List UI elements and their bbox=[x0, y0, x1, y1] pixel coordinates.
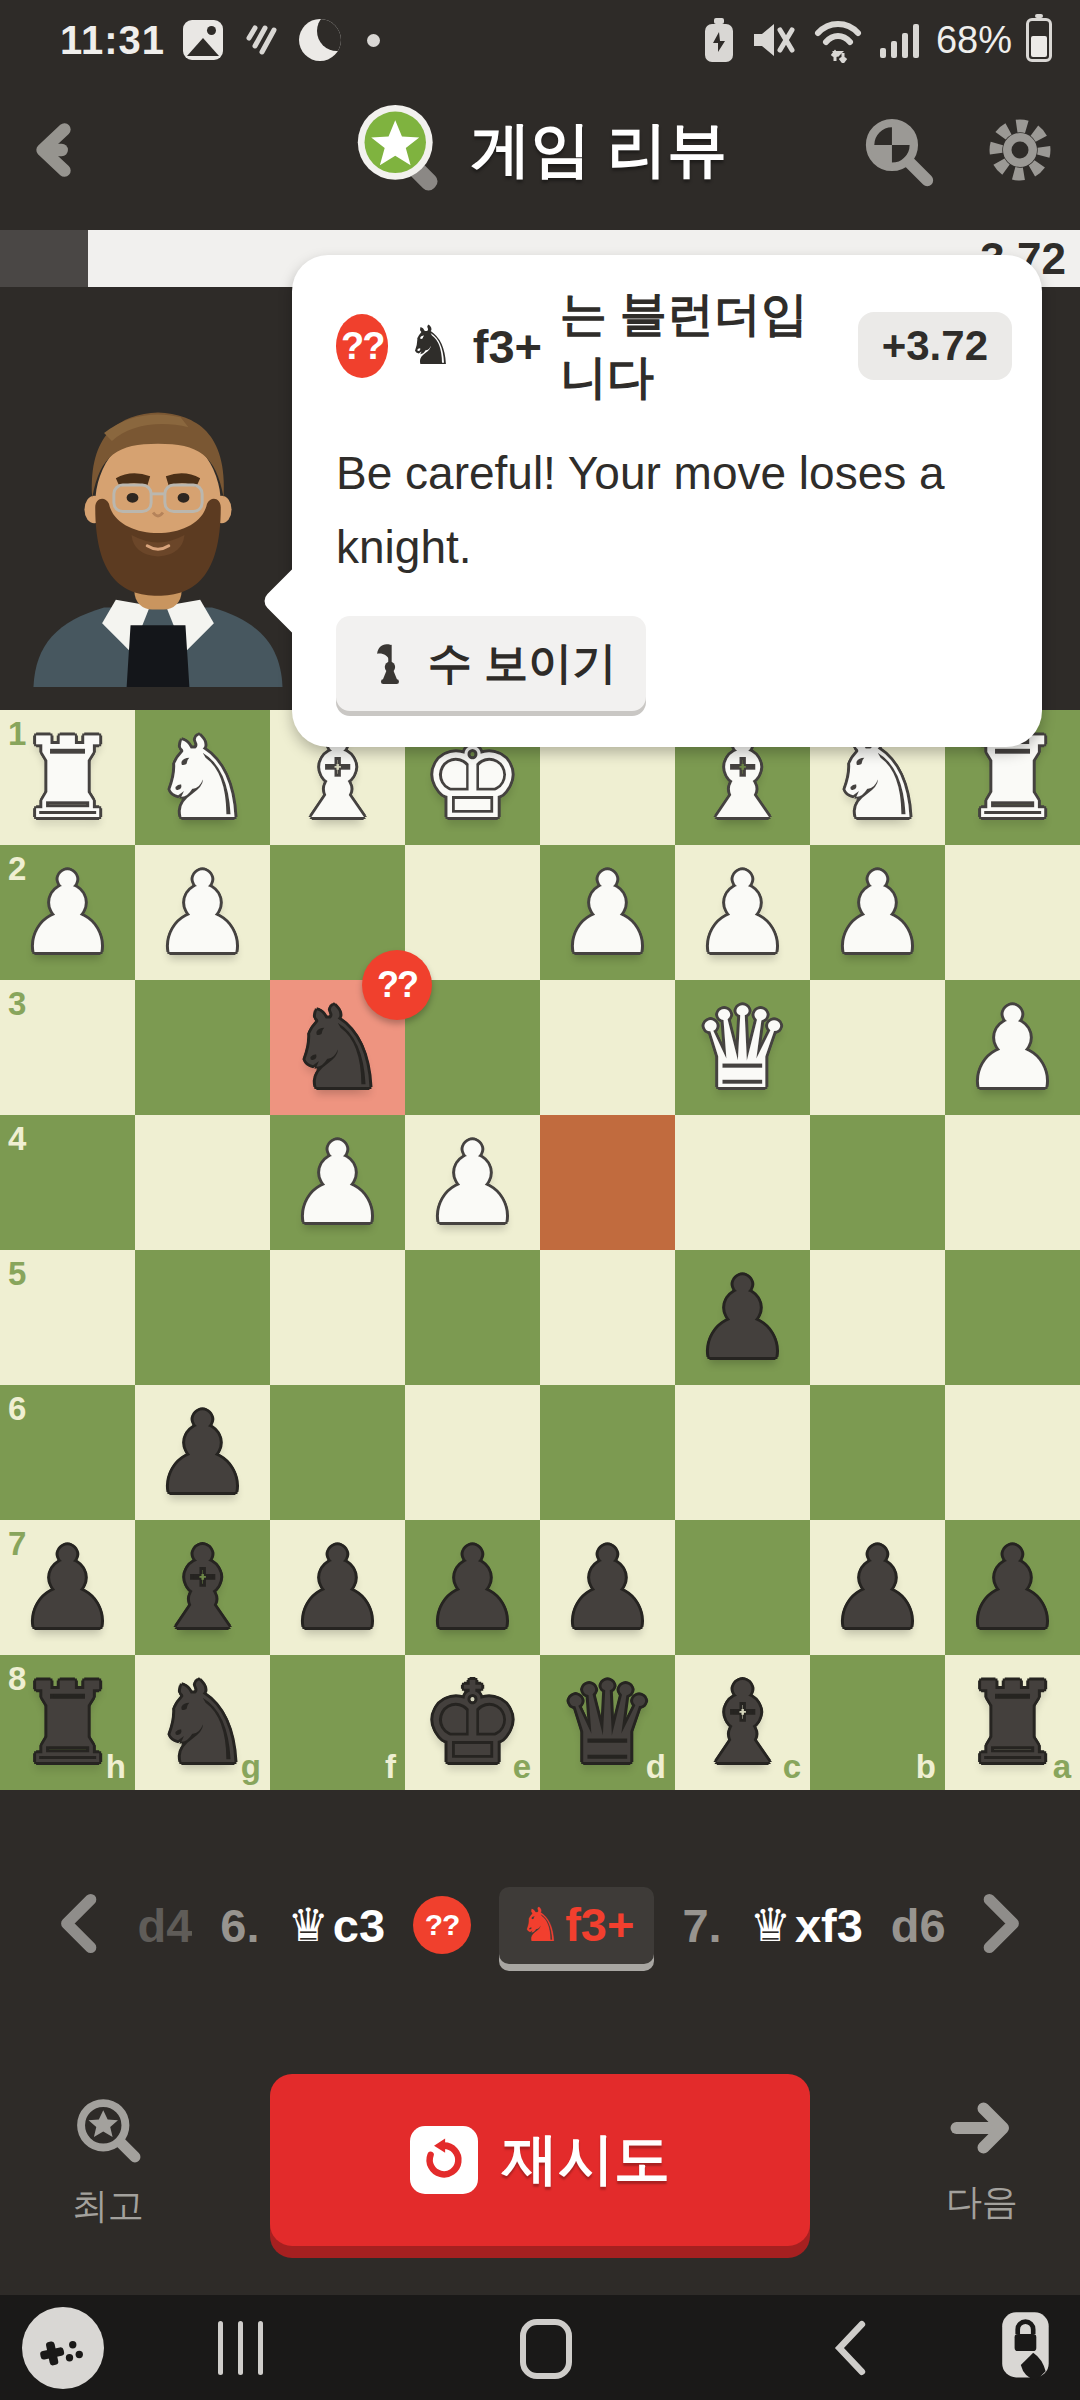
piece-black-knight: ♞ bbox=[135, 1667, 270, 1779]
file-label-f: f bbox=[385, 1750, 396, 1783]
next-arrow-icon bbox=[946, 2092, 1018, 2164]
piece-white-pawn: ♟ bbox=[675, 857, 810, 969]
square-e7[interactable]: ♟ bbox=[405, 1520, 540, 1655]
square-h4[interactable]: 4 bbox=[0, 1115, 135, 1250]
square-a5[interactable] bbox=[945, 1250, 1080, 1385]
square-h5[interactable]: 5 bbox=[0, 1250, 135, 1385]
square-f5[interactable] bbox=[270, 1250, 405, 1385]
status-bar: 11:31 bbox=[0, 0, 1080, 70]
move-white-6-text: c3 bbox=[333, 1898, 385, 1953]
white-queen-icon: ♛ bbox=[750, 1902, 791, 1948]
square-g2[interactable]: ♟ bbox=[135, 845, 270, 980]
piece-white-pawn: ♟ bbox=[945, 992, 1080, 1104]
square-c3[interactable]: ♛ bbox=[675, 980, 810, 1115]
square-f3[interactable]: ♞ bbox=[270, 980, 405, 1115]
square-d6[interactable] bbox=[540, 1385, 675, 1520]
best-label: 최고 bbox=[72, 2182, 144, 2231]
show-move-button[interactable]: 수 보이기 bbox=[336, 616, 646, 711]
game-review-logo-icon bbox=[353, 102, 449, 198]
piece-black-rook: ♜ bbox=[945, 1667, 1080, 1779]
app-header: 게임 리뷰 bbox=[0, 70, 1080, 230]
square-b2[interactable]: ♟ bbox=[810, 845, 945, 980]
square-d4[interactable] bbox=[540, 1115, 675, 1250]
previous-move-button[interactable] bbox=[52, 1893, 104, 1958]
settings-button[interactable] bbox=[986, 116, 1054, 184]
retry-button[interactable]: 재시도 bbox=[270, 2074, 810, 2246]
best-move-button[interactable]: 최고 bbox=[70, 2092, 146, 2231]
square-e5[interactable] bbox=[405, 1250, 540, 1385]
move-previous-faded[interactable]: d4 bbox=[134, 1898, 192, 1953]
square-f2[interactable] bbox=[270, 845, 405, 980]
back-arrow-icon bbox=[26, 117, 92, 183]
square-h8[interactable]: 8h♜ bbox=[0, 1655, 135, 1790]
square-a3[interactable]: ♟ bbox=[945, 980, 1080, 1115]
rank-label-5: 5 bbox=[8, 1257, 26, 1290]
piece-black-pawn: ♟ bbox=[945, 1532, 1080, 1644]
move-white-6[interactable]: ♛ c3 bbox=[288, 1898, 386, 1953]
gamepad-icon bbox=[37, 2322, 89, 2374]
piece-white-knight: ♞ bbox=[135, 722, 270, 834]
touch-lock-button[interactable] bbox=[996, 2309, 1058, 2390]
piece-black-king: ♚ bbox=[405, 1667, 540, 1779]
piece-black-pawn: ♟ bbox=[135, 1397, 270, 1509]
coach-speech-bubble: ?? ♞ f3+ 는 블런더입니다 +3.72 Be careful! Your… bbox=[292, 255, 1042, 747]
square-b5[interactable] bbox=[810, 1250, 945, 1385]
square-c4[interactable] bbox=[675, 1115, 810, 1250]
move-number-6: 6. bbox=[220, 1898, 259, 1953]
eval-change-chip: +3.72 bbox=[858, 312, 1012, 380]
square-g7[interactable]: ♝ bbox=[135, 1520, 270, 1655]
battery-percent: 68% bbox=[936, 19, 1012, 62]
piece-black-bishop: ♝ bbox=[675, 1667, 810, 1779]
square-h1[interactable]: 1♜ bbox=[0, 710, 135, 845]
coach-avatar bbox=[6, 385, 310, 690]
blunder-badge: ?? bbox=[336, 314, 388, 378]
piece-black-pawn: ♟ bbox=[810, 1532, 945, 1644]
notification-dot-icon bbox=[367, 34, 380, 47]
square-h3[interactable]: 3 bbox=[0, 980, 135, 1115]
square-a7[interactable]: ♟ bbox=[945, 1520, 1080, 1655]
square-e8[interactable]: e♚ bbox=[405, 1655, 540, 1790]
piece-black-rook: ♜ bbox=[0, 1667, 135, 1779]
square-c8[interactable]: c♝ bbox=[675, 1655, 810, 1790]
piece-black-pawn: ♟ bbox=[540, 1532, 675, 1644]
square-f8[interactable]: f bbox=[270, 1655, 405, 1790]
retry-label: 재시도 bbox=[502, 2122, 670, 2198]
mute-icon bbox=[750, 18, 798, 62]
square-a8[interactable]: a♜ bbox=[945, 1655, 1080, 1790]
piece-black-pawn: ♟ bbox=[0, 1532, 135, 1644]
android-nav-bar bbox=[0, 2295, 1080, 2400]
rank-label-3: 3 bbox=[8, 987, 26, 1020]
square-f7[interactable]: ♟ bbox=[270, 1520, 405, 1655]
battery-saver-icon bbox=[702, 16, 736, 64]
chess-board: 1♜♞♝♚♝♞♜2♟♟♟♟♟3♞♛♟4♟♟5♟6♟7♟♝♟♟♟♟♟8h♜g♞fe… bbox=[0, 710, 1080, 1790]
move-blunder-badge: ?? bbox=[413, 1896, 471, 1954]
piece-white-pawn: ♟ bbox=[0, 857, 135, 969]
square-g5[interactable] bbox=[135, 1250, 270, 1385]
show-move-piece-icon bbox=[366, 641, 412, 687]
page-title: 게임 리뷰 bbox=[471, 110, 728, 191]
piece-white-pawn: ♟ bbox=[270, 1127, 405, 1239]
file-label-b: b bbox=[916, 1750, 936, 1783]
square-d7[interactable]: ♟ bbox=[540, 1520, 675, 1655]
square-e2[interactable] bbox=[405, 845, 540, 980]
square-b8[interactable]: b bbox=[810, 1655, 945, 1790]
move-black-6-selected[interactable]: ♞ f3+ bbox=[499, 1887, 654, 1964]
piece-black-queen: ♛ bbox=[540, 1667, 675, 1779]
home-button[interactable] bbox=[520, 2319, 572, 2379]
square-g6[interactable]: ♟ bbox=[135, 1385, 270, 1520]
move-black-6-text: f3+ bbox=[565, 1897, 634, 1952]
screen-record-notification-icon bbox=[241, 20, 281, 60]
square-d5[interactable] bbox=[540, 1250, 675, 1385]
move-white-7[interactable]: ♛ xf3 bbox=[750, 1898, 863, 1953]
white-queen-icon: ♛ bbox=[288, 1902, 329, 1948]
square-g4[interactable] bbox=[135, 1115, 270, 1250]
gear-icon bbox=[986, 116, 1054, 184]
piece-black-pawn: ♟ bbox=[675, 1262, 810, 1374]
piece-white-queen: ♛ bbox=[675, 992, 810, 1104]
square-b7[interactable]: ♟ bbox=[810, 1520, 945, 1655]
square-c7[interactable] bbox=[675, 1520, 810, 1655]
analysis-button[interactable] bbox=[860, 113, 934, 187]
evaluation-bar-black-segment bbox=[0, 230, 88, 287]
swoosh-notification-icon bbox=[299, 19, 341, 61]
rank-label-4: 4 bbox=[8, 1122, 26, 1155]
coach-section: ?? ♞ f3+ 는 블런더입니다 +3.72 Be careful! Your… bbox=[0, 287, 1080, 710]
next-move-button[interactable] bbox=[976, 1893, 1028, 1958]
piece-white-pawn: ♟ bbox=[540, 857, 675, 969]
analysis-magnifier-icon bbox=[860, 113, 934, 187]
nav-back-icon bbox=[828, 2319, 872, 2377]
square-b4[interactable] bbox=[810, 1115, 945, 1250]
best-magnifier-star-icon bbox=[70, 2092, 146, 2168]
blunder-headline: 는 블런더입니다 bbox=[560, 283, 840, 409]
square-b3[interactable] bbox=[810, 980, 945, 1115]
piece-white-pawn: ♟ bbox=[135, 857, 270, 969]
blunder-move-text: f3+ bbox=[473, 319, 542, 374]
square-d3[interactable] bbox=[540, 980, 675, 1115]
back-button[interactable] bbox=[26, 117, 92, 183]
move-white-7-text: xf3 bbox=[795, 1898, 863, 1953]
square-g1[interactable]: ♞ bbox=[135, 710, 270, 845]
square-h7[interactable]: 7♟ bbox=[0, 1520, 135, 1655]
show-move-label: 수 보이기 bbox=[428, 634, 616, 693]
move-black-7[interactable]: d6 bbox=[891, 1898, 946, 1953]
gallery-notification-icon bbox=[183, 20, 223, 60]
square-g8[interactable]: g♞ bbox=[135, 1655, 270, 1790]
next-label: 다음 bbox=[946, 2178, 1018, 2227]
move-number-7: 7. bbox=[682, 1898, 721, 1953]
battery-icon bbox=[1026, 18, 1052, 62]
square-a4[interactable] bbox=[945, 1115, 1080, 1250]
touch-lock-icon bbox=[996, 2309, 1058, 2387]
square-e6[interactable] bbox=[405, 1385, 540, 1520]
square-c2[interactable]: ♟ bbox=[675, 845, 810, 980]
square-g3[interactable] bbox=[135, 980, 270, 1115]
black-knight-icon: ♞ bbox=[406, 319, 454, 373]
retry-icon bbox=[410, 2126, 478, 2194]
recents-button[interactable] bbox=[218, 2321, 263, 2375]
nav-back-button[interactable] bbox=[828, 2319, 872, 2380]
move-list-bar: d4 6. ♛ c3 ?? ♞ f3+ 7. ♛ xf3 d6 bbox=[0, 1858, 1080, 1992]
bottom-actions: 최고 재시도 다음 bbox=[0, 2040, 1080, 2295]
piece-white-rook: ♜ bbox=[0, 722, 135, 834]
screen: 11:31 bbox=[0, 0, 1080, 2400]
piece-black-pawn: ♟ bbox=[270, 1532, 405, 1644]
piece-black-bishop: ♝ bbox=[135, 1532, 270, 1644]
square-b6[interactable] bbox=[810, 1385, 945, 1520]
piece-white-pawn: ♟ bbox=[810, 857, 945, 969]
square-c5[interactable]: ♟ bbox=[675, 1250, 810, 1385]
square-a6[interactable] bbox=[945, 1385, 1080, 1520]
square-c6[interactable] bbox=[675, 1385, 810, 1520]
square-f6[interactable] bbox=[270, 1385, 405, 1520]
square-e4[interactable]: ♟ bbox=[405, 1115, 540, 1250]
rank-label-6: 6 bbox=[8, 1392, 26, 1425]
square-d8[interactable]: d♛ bbox=[540, 1655, 675, 1790]
square-f4[interactable]: ♟ bbox=[270, 1115, 405, 1250]
square-e3[interactable] bbox=[405, 980, 540, 1115]
square-h6[interactable]: 6 bbox=[0, 1385, 135, 1520]
next-button[interactable]: 다음 bbox=[946, 2092, 1018, 2227]
square-h2[interactable]: 2♟ bbox=[0, 845, 135, 980]
piece-black-knight: ♞ bbox=[270, 992, 405, 1104]
game-tools-button[interactable] bbox=[22, 2307, 104, 2389]
square-a2[interactable] bbox=[945, 845, 1080, 980]
red-knight-icon: ♞ bbox=[519, 1901, 561, 1948]
coach-comment: Be careful! Your move loses a knight. bbox=[336, 437, 1012, 584]
piece-black-pawn: ♟ bbox=[405, 1532, 540, 1644]
piece-white-pawn: ♟ bbox=[405, 1127, 540, 1239]
wifi-icon bbox=[812, 17, 864, 63]
signal-icon bbox=[878, 18, 922, 62]
square-d2[interactable]: ♟ bbox=[540, 845, 675, 980]
clock: 11:31 bbox=[60, 18, 165, 63]
